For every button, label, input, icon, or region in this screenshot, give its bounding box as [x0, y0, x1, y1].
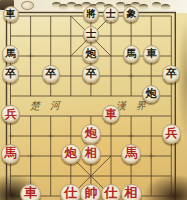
xiangqi-board-photo: 楚河 漢界 車將士象士馬炮馬車卒卒卒卒炮兵車炮兵馬炮相馬車仕帥仕相 — [0, 0, 187, 200]
red-advisor[interactable]: 仕 — [60, 184, 81, 200]
black-horse[interactable]: 馬 — [2, 45, 19, 62]
black-elephant[interactable]: 象 — [123, 6, 139, 22]
black-soldier[interactable]: 卒 — [162, 65, 180, 83]
red-horse[interactable]: 馬 — [1, 144, 21, 164]
river-label-left: 楚河 — [30, 99, 70, 114]
red-chariot[interactable]: 車 — [20, 184, 41, 200]
black-cannon[interactable]: 炮 — [82, 45, 99, 62]
red-horse[interactable]: 馬 — [121, 144, 141, 164]
black-horse[interactable]: 馬 — [123, 45, 140, 62]
red-elephant[interactable]: 相 — [81, 144, 101, 164]
red-elephant[interactable]: 相 — [121, 184, 142, 200]
black-chariot[interactable]: 車 — [3, 6, 19, 22]
red-cannon[interactable]: 炮 — [81, 124, 100, 143]
black-chariot[interactable]: 車 — [143, 45, 160, 62]
red-soldier[interactable]: 兵 — [162, 124, 181, 143]
red-cannon[interactable]: 炮 — [61, 144, 81, 164]
black-soldier[interactable]: 卒 — [82, 65, 100, 83]
red-soldier[interactable]: 兵 — [1, 105, 20, 124]
black-soldier[interactable]: 卒 — [2, 65, 20, 83]
black-soldier[interactable]: 卒 — [42, 65, 60, 83]
black-general[interactable]: 將 — [83, 6, 99, 22]
black-advisor[interactable]: 士 — [103, 6, 119, 22]
